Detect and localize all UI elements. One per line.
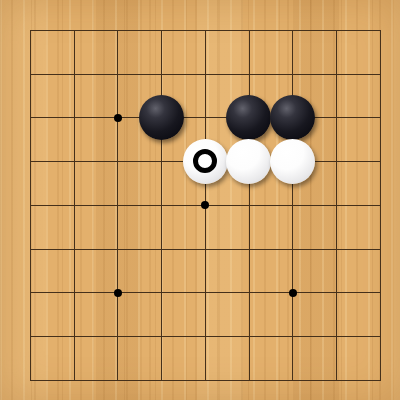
- star-point: [114, 289, 122, 297]
- black-stone[interactable]: [226, 95, 271, 140]
- white-stone[interactable]: [183, 139, 228, 184]
- white-stone[interactable]: [270, 139, 315, 184]
- board-points: [8, 8, 400, 400]
- star-point: [289, 289, 297, 297]
- star-point: [201, 201, 209, 209]
- black-stone[interactable]: [139, 95, 184, 140]
- black-stone[interactable]: [270, 95, 315, 140]
- circle-marker: [193, 149, 217, 173]
- go-board[interactable]: [0, 0, 400, 400]
- star-point: [114, 114, 122, 122]
- white-stone[interactable]: [226, 139, 271, 184]
